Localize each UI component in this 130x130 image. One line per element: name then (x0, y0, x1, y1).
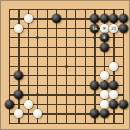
black-stone (100, 43, 109, 52)
move-number: 16 (90, 24, 99, 33)
white-stone (24, 14, 33, 23)
black-stone (90, 14, 99, 23)
black-stone (119, 100, 128, 109)
hoshi-point (65, 65, 68, 68)
black-stone (14, 71, 23, 80)
white-stone (14, 24, 23, 33)
white-stone (109, 62, 118, 71)
move-number: 9 (100, 24, 109, 33)
white-stone (100, 71, 109, 80)
black-stone (90, 109, 99, 118)
black-stone: 4 (100, 33, 109, 42)
black-stone (119, 24, 128, 33)
white-stone: 9 (100, 24, 109, 33)
hoshi-point (36, 93, 39, 96)
move-number: 4 (100, 33, 109, 42)
black-stone (90, 81, 99, 90)
white-stone (109, 90, 118, 99)
black-stone (5, 100, 14, 109)
hoshi-point (93, 93, 96, 96)
black-stone (109, 100, 118, 109)
go-board-thumbnail[interactable]: 169214 (0, 0, 130, 130)
black-stone (109, 14, 118, 23)
hoshi-point (93, 36, 96, 39)
white-stone (24, 100, 33, 109)
black-stone (14, 90, 23, 99)
white-stone (14, 109, 23, 118)
black-stone (119, 14, 128, 23)
white-stone (100, 90, 109, 99)
black-stone (100, 109, 109, 118)
move-number: 21 (109, 24, 118, 33)
black-stone (100, 81, 109, 90)
hoshi-point (36, 36, 39, 39)
white-stone: 21 (109, 24, 118, 33)
black-stone (100, 14, 109, 23)
black-stone (109, 81, 118, 90)
white-stone (100, 100, 109, 109)
black-stone: 16 (90, 24, 99, 33)
black-stone (52, 14, 61, 23)
white-stone (33, 109, 42, 118)
